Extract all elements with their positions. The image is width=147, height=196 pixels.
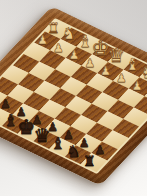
black-pawn: ♟ xyxy=(0,98,15,110)
board-frame: ♜♞♝♚♛♝♞♜♟♟♟♟♟♟♟♟♟♟♟♟♟♟♟♟♜♞♝♚♛♝♞♜ xyxy=(0,6,147,186)
board-inner-border: ♜♞♝♚♛♝♞♜♟♟♟♟♟♟♟♟♟♟♟♟♟♟♟♟♜♞♝♚♛♝♞♜ xyxy=(0,18,147,174)
chess-board: ♜♞♝♚♛♝♞♜♟♟♟♟♟♟♟♟♟♟♟♟♟♟♟♟♜♞♝♚♛♝♞♜ xyxy=(0,20,147,172)
photo-background: ♜♞♝♚♛♝♞♜♟♟♟♟♟♟♟♟♟♟♟♟♟♟♟♟♜♞♝♚♛♝♞♜ xyxy=(0,0,147,196)
